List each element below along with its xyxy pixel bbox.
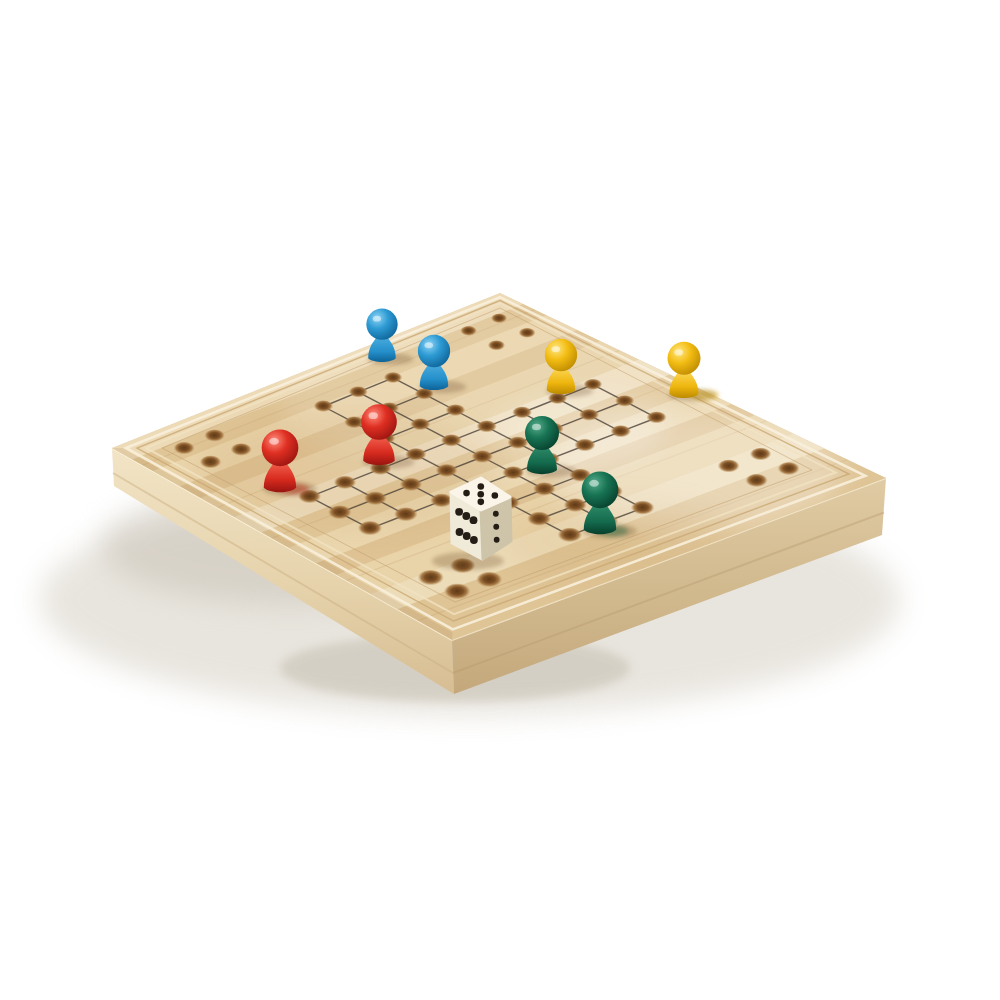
track-hole — [313, 400, 333, 412]
track-hole — [574, 439, 595, 452]
peg-highlight — [532, 424, 541, 430]
peg-head — [582, 471, 619, 508]
ludo-board-photo — [0, 0, 1000, 1000]
home-hole-red — [230, 443, 252, 456]
die-pip — [456, 528, 464, 536]
die-pip — [470, 536, 478, 544]
track-hole — [445, 404, 465, 416]
peg-head — [525, 416, 559, 450]
peg-head — [366, 309, 397, 340]
peg-head — [668, 342, 701, 375]
track-hole — [563, 498, 587, 513]
track-hole — [400, 478, 423, 492]
track-hole — [476, 420, 497, 433]
peg-head — [262, 429, 299, 466]
home-hole-blue — [488, 340, 506, 351]
peg-highlight — [589, 480, 599, 487]
track-hole — [512, 407, 532, 419]
die-pip — [455, 508, 463, 516]
peg-head — [361, 404, 397, 440]
die-pip — [494, 537, 500, 543]
home-hole-yellow — [745, 474, 768, 488]
track-hole — [441, 434, 462, 447]
peg-yellow-2[interactable] — [668, 342, 717, 402]
track-hole — [328, 505, 352, 520]
track-hole — [435, 464, 457, 478]
track-hole — [631, 501, 655, 516]
die-shadow — [432, 552, 504, 570]
track-hole — [334, 476, 357, 490]
home-hole-green — [444, 584, 471, 601]
track-hole — [364, 492, 387, 507]
peg-head — [545, 339, 577, 371]
peg-highlight — [674, 349, 683, 355]
die-pip — [493, 524, 499, 530]
home-hole-green — [418, 570, 444, 586]
die-pip — [478, 483, 485, 490]
die-pip — [477, 491, 484, 498]
home-hole-red — [173, 442, 195, 455]
home-hole-blue — [460, 326, 477, 337]
track-hole — [471, 450, 493, 464]
track-hole — [502, 466, 524, 480]
track-hole — [527, 512, 551, 527]
peg-highlight — [373, 316, 381, 322]
track-hole — [384, 372, 403, 384]
track-hole — [358, 521, 383, 536]
track-hole — [610, 425, 631, 438]
track-hole — [615, 395, 635, 407]
home-hole-green — [476, 572, 503, 588]
die-pip — [462, 512, 470, 520]
peg-highlight — [552, 346, 561, 352]
peg-highlight — [269, 438, 279, 445]
track-hole — [646, 411, 666, 424]
home-hole-yellow — [718, 459, 740, 473]
home-hole-yellow — [750, 448, 772, 461]
track-hole — [579, 409, 599, 422]
track-hole — [533, 482, 556, 496]
track-hole — [349, 386, 368, 398]
die-pip — [478, 499, 485, 506]
home-hole-blue — [519, 328, 536, 339]
die-pip — [470, 516, 478, 524]
peg-head — [418, 335, 450, 367]
peg-highlight — [425, 342, 434, 348]
track-hole — [507, 436, 528, 449]
track-hole — [394, 507, 418, 522]
die-pip — [492, 492, 499, 499]
peg-highlight — [369, 412, 378, 419]
home-hole-red — [200, 456, 222, 470]
track-hole — [557, 528, 582, 543]
home-hole-blue — [491, 313, 508, 323]
scene — [0, 0, 1000, 1000]
die-pip — [493, 511, 499, 517]
track-hole — [410, 418, 431, 431]
die-pip — [463, 532, 471, 540]
die-pip — [463, 490, 470, 497]
home-hole-red — [204, 429, 225, 442]
home-hole-yellow — [777, 462, 799, 476]
